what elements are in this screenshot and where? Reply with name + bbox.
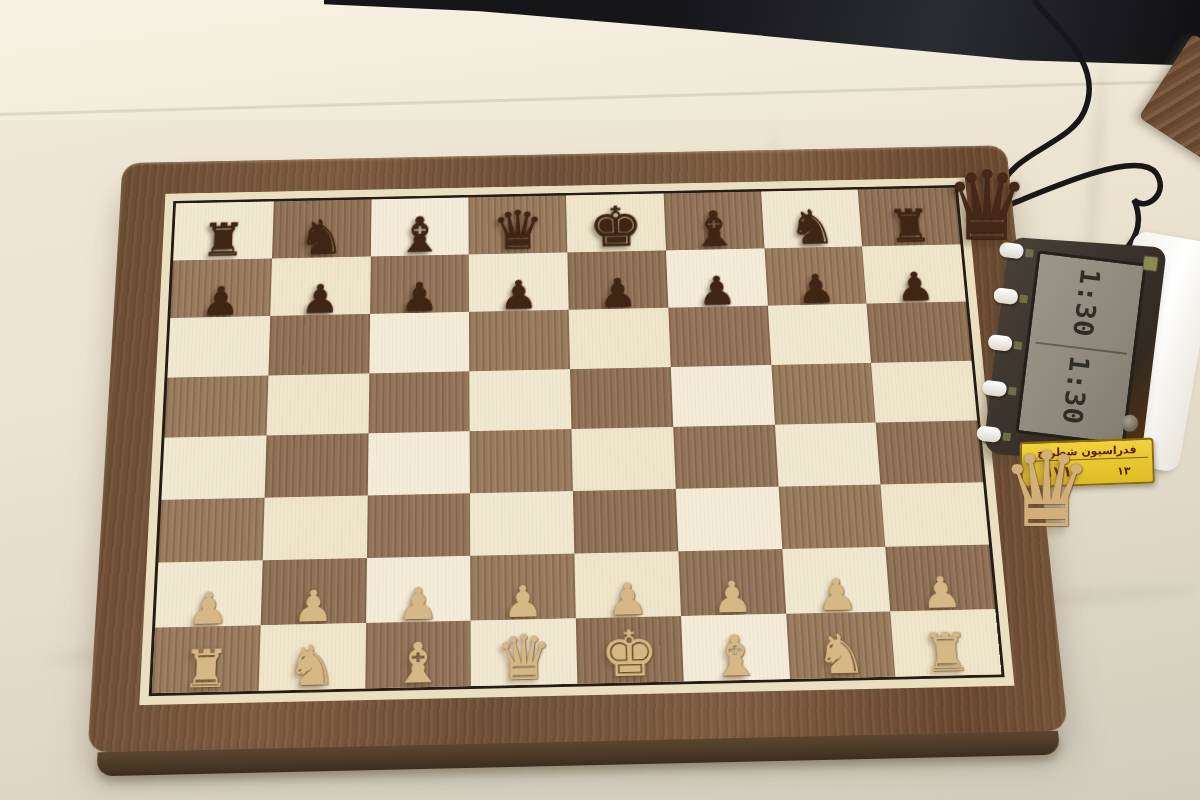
square-g7[interactable]: ♟ bbox=[764, 246, 867, 306]
square-d6[interactable] bbox=[469, 310, 570, 371]
white-pawn-d2[interactable]: ♟ bbox=[471, 578, 576, 624]
square-c3[interactable] bbox=[366, 493, 470, 558]
black-queen-d8[interactable]: ♛ bbox=[469, 202, 568, 257]
white-rook-a1[interactable]: ♜ bbox=[152, 642, 260, 697]
square-h1[interactable]: ♜ bbox=[890, 609, 1001, 677]
square-a5[interactable] bbox=[164, 375, 268, 438]
white-pawn-b2[interactable]: ♟ bbox=[260, 583, 366, 629]
square-g5[interactable] bbox=[771, 362, 876, 424]
square-b4[interactable] bbox=[264, 433, 368, 497]
square-d2[interactable]: ♟ bbox=[470, 554, 575, 621]
square-c1[interactable]: ♝ bbox=[365, 620, 471, 688]
square-c7[interactable]: ♟ bbox=[370, 254, 470, 314]
square-e2[interactable]: ♟ bbox=[574, 551, 680, 618]
playing-area: ♜♞♝♛♚♝♞♜♟♟♟♟♟♟♟♟♟♟♟♟♟♟♟♟♜♞♝♛♚♝♞♜ bbox=[152, 188, 1002, 694]
square-a2[interactable]: ♟ bbox=[155, 560, 262, 627]
square-g3[interactable] bbox=[778, 484, 885, 549]
board-frame: ♜♞♝♛♚♝♞♜♟♟♟♟♟♟♟♟♟♟♟♟♟♟♟♟♜♞♝♛♚♝♞♜ bbox=[88, 145, 1068, 752]
square-e4[interactable] bbox=[571, 427, 675, 491]
white-pawn-a2[interactable]: ♟ bbox=[155, 585, 262, 631]
board-maple-margin: ♜♞♝♛♚♝♞♜♟♟♟♟♟♟♟♟♟♟♟♟♟♟♟♟♜♞♝♛♚♝♞♜ bbox=[149, 185, 1005, 696]
square-d7[interactable]: ♟ bbox=[469, 252, 569, 312]
clock-time-near: 1:30 bbox=[1054, 337, 1097, 444]
square-d1[interactable]: ♛ bbox=[471, 618, 578, 686]
square-c8[interactable]: ♝ bbox=[370, 197, 469, 256]
square-g1[interactable]: ♞ bbox=[786, 611, 896, 679]
square-d8[interactable]: ♛ bbox=[469, 195, 568, 254]
square-a1[interactable]: ♜ bbox=[152, 625, 261, 693]
white-bishop-f1[interactable]: ♝ bbox=[681, 627, 789, 685]
square-d4[interactable] bbox=[470, 429, 573, 493]
square-e8[interactable]: ♚ bbox=[566, 193, 666, 252]
square-b7[interactable]: ♟ bbox=[270, 256, 370, 316]
square-d3[interactable] bbox=[470, 491, 574, 556]
square-g8[interactable]: ♞ bbox=[761, 190, 863, 248]
spare-black-queen[interactable]: ♛ bbox=[944, 158, 1030, 254]
white-queen-d1[interactable]: ♛ bbox=[471, 626, 578, 690]
square-e1[interactable]: ♚ bbox=[576, 616, 684, 684]
black-king-e8[interactable]: ♚ bbox=[566, 199, 666, 256]
chess-board: ♜♞♝♛♚♝♞♜♟♟♟♟♟♟♟♟♟♟♟♟♟♟♟♟♜♞♝♛♚♝♞♜ bbox=[86, 145, 1071, 778]
white-knight-b1[interactable]: ♞ bbox=[258, 637, 365, 694]
square-g6[interactable] bbox=[767, 304, 871, 365]
square-f1[interactable]: ♝ bbox=[681, 613, 790, 681]
square-f2[interactable]: ♟ bbox=[678, 549, 786, 616]
square-e6[interactable] bbox=[569, 308, 671, 369]
clock-button-4[interactable] bbox=[982, 379, 1008, 397]
black-knight-b8[interactable]: ♞ bbox=[272, 212, 371, 261]
clock-button-2[interactable] bbox=[993, 288, 1019, 306]
square-b5[interactable] bbox=[266, 373, 369, 436]
federation-label-year: ۱۳ bbox=[1117, 464, 1131, 477]
square-e7[interactable]: ♟ bbox=[567, 250, 668, 310]
square-b8[interactable]: ♞ bbox=[272, 199, 371, 258]
square-b3[interactable] bbox=[262, 495, 367, 560]
square-a3[interactable] bbox=[158, 497, 264, 562]
white-rook-h1[interactable]: ♜ bbox=[892, 626, 1002, 680]
square-c5[interactable] bbox=[368, 371, 470, 433]
square-a4[interactable] bbox=[161, 435, 266, 499]
square-h2[interactable]: ♟ bbox=[885, 545, 995, 611]
square-b2[interactable]: ♟ bbox=[260, 558, 366, 625]
black-rook-a8[interactable]: ♜ bbox=[173, 217, 273, 264]
square-a6[interactable] bbox=[167, 316, 270, 377]
square-c6[interactable] bbox=[369, 312, 470, 373]
square-h4[interactable] bbox=[876, 420, 983, 484]
square-h3[interactable] bbox=[881, 482, 989, 547]
clock-button-3[interactable] bbox=[987, 333, 1013, 351]
square-b1[interactable]: ♞ bbox=[258, 623, 365, 691]
square-b6[interactable] bbox=[268, 314, 369, 375]
white-pawn-f2[interactable]: ♟ bbox=[679, 574, 786, 620]
white-pawn-g2[interactable]: ♟ bbox=[783, 571, 890, 617]
square-f6[interactable] bbox=[668, 306, 771, 367]
square-a8[interactable]: ♜ bbox=[173, 201, 273, 260]
square-c2[interactable]: ♟ bbox=[366, 556, 471, 623]
square-c4[interactable] bbox=[367, 431, 470, 495]
square-g2[interactable]: ♟ bbox=[782, 547, 891, 613]
black-bishop-c8[interactable]: ♝ bbox=[370, 209, 469, 259]
square-a7[interactable]: ♟ bbox=[170, 258, 272, 318]
tournament-table-photo: ♜♞♝♛♚♝♞♜♟♟♟♟♟♟♟♟♟♟♟♟♟♟♟♟♜♞♝♛♚♝♞♜ ⌄ 1:30 … bbox=[0, 0, 1200, 800]
square-g4[interactable] bbox=[774, 423, 880, 487]
battery-icon bbox=[1142, 255, 1159, 272]
spare-white-queen[interactable]: ♛ bbox=[1000, 438, 1093, 542]
square-e3[interactable] bbox=[573, 488, 678, 553]
square-h6[interactable] bbox=[867, 302, 972, 363]
clock-button-5[interactable] bbox=[976, 425, 1002, 443]
square-e5[interactable] bbox=[570, 367, 673, 429]
square-f8[interactable]: ♝ bbox=[663, 191, 764, 249]
black-knight-g8[interactable]: ♞ bbox=[761, 202, 862, 251]
square-f3[interactable] bbox=[676, 486, 782, 551]
white-bishop-c1[interactable]: ♝ bbox=[365, 634, 471, 692]
white-knight-g1[interactable]: ♞ bbox=[787, 626, 896, 683]
square-h5[interactable] bbox=[871, 360, 977, 422]
white-pawn-c2[interactable]: ♟ bbox=[366, 581, 471, 627]
black-bishop-f8[interactable]: ♝ bbox=[664, 203, 764, 253]
white-pawn-h2[interactable]: ♟ bbox=[887, 569, 995, 615]
square-d5[interactable] bbox=[469, 369, 571, 431]
square-f5[interactable] bbox=[671, 365, 775, 427]
square-f7[interactable]: ♟ bbox=[666, 248, 768, 308]
white-king-e1[interactable]: ♚ bbox=[576, 622, 684, 688]
white-pawn-e2[interactable]: ♟ bbox=[575, 576, 681, 622]
square-f4[interactable] bbox=[673, 425, 778, 489]
